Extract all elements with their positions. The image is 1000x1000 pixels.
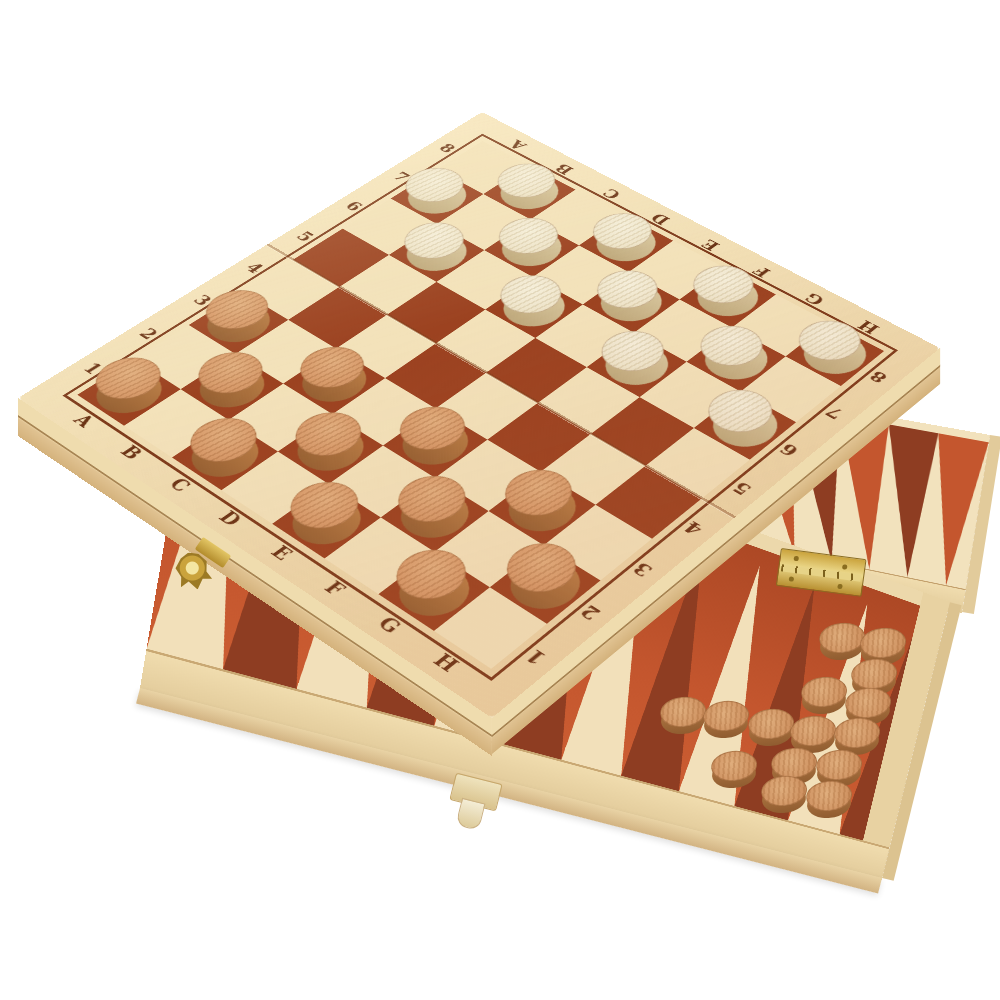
loose-checker-11[interactable] xyxy=(770,746,817,778)
loose-checker-6[interactable] xyxy=(659,695,706,727)
loose-checker-10[interactable] xyxy=(833,716,880,748)
loose-checker-7[interactable] xyxy=(702,699,749,731)
loose-checker-3[interactable] xyxy=(850,657,897,689)
loose-checker-14[interactable] xyxy=(760,774,807,806)
hinge-screw xyxy=(837,584,843,590)
backgammon-point-11[interactable] xyxy=(888,424,938,581)
loose-checker-1[interactable] xyxy=(818,621,865,653)
loose-checker-2[interactable] xyxy=(859,626,906,658)
hinge-screw xyxy=(789,576,795,582)
product-photo-scene: AA88BB77CC66DD55EE44FF33GG22HH11 xyxy=(0,0,1000,1000)
loose-checker-4[interactable] xyxy=(800,675,847,707)
loose-checker-8[interactable] xyxy=(747,707,794,739)
loose-checker-12[interactable] xyxy=(710,749,757,781)
loose-checker-13[interactable] xyxy=(815,748,862,780)
hinge-screw xyxy=(842,564,848,570)
loose-checker-5[interactable] xyxy=(844,686,891,718)
loose-checker-15[interactable] xyxy=(805,779,852,811)
hinge-screw xyxy=(793,556,799,562)
loose-checker-9[interactable] xyxy=(789,714,836,746)
case-clasp-tab xyxy=(455,798,485,831)
